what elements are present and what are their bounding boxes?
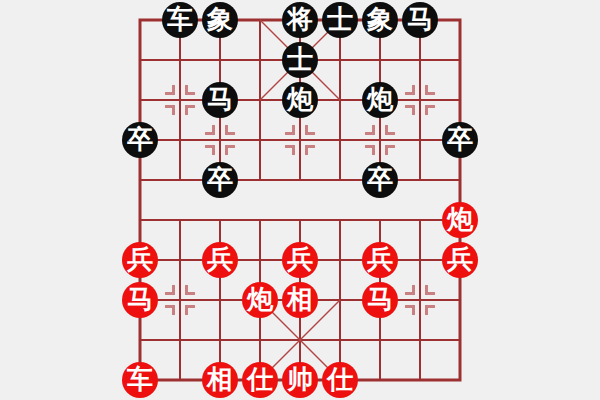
piece-red-elephant[interactable]: 相 — [202, 362, 238, 398]
piece-black-horse[interactable]: 马 — [202, 82, 238, 118]
piece-black-horse[interactable]: 马 — [402, 2, 438, 38]
piece-black-chariot[interactable]: 车 — [162, 2, 198, 38]
piece-red-horse[interactable]: 马 — [362, 282, 398, 318]
piece-red-soldier[interactable]: 兵 — [362, 242, 398, 278]
piece-black-soldier[interactable]: 卒 — [202, 162, 238, 198]
xiangqi-screen: 车象将士象马士马炮炮卒卒卒卒炮兵兵兵兵兵马炮相马车相仕帅仕 — [0, 0, 600, 400]
piece-black-soldier[interactable]: 卒 — [362, 162, 398, 198]
piece-red-elephant[interactable]: 相 — [282, 282, 318, 318]
piece-black-cannon[interactable]: 炮 — [282, 82, 318, 118]
piece-red-advisor[interactable]: 仕 — [242, 362, 278, 398]
piece-red-horse[interactable]: 马 — [122, 282, 158, 318]
point-marker — [205, 125, 235, 155]
point-marker — [165, 85, 195, 115]
piece-black-soldier[interactable]: 卒 — [442, 122, 478, 158]
piece-black-cannon[interactable]: 炮 — [362, 82, 398, 118]
piece-red-soldier[interactable]: 兵 — [442, 242, 478, 278]
piece-red-chariot[interactable]: 车 — [122, 362, 158, 398]
piece-red-cannon[interactable]: 炮 — [442, 202, 478, 238]
piece-red-soldier[interactable]: 兵 — [122, 242, 158, 278]
piece-black-elephant[interactable]: 象 — [362, 2, 398, 38]
piece-red-soldier[interactable]: 兵 — [282, 242, 318, 278]
piece-black-advisor[interactable]: 士 — [322, 2, 358, 38]
piece-black-general[interactable]: 将 — [282, 2, 318, 38]
piece-red-cannon[interactable]: 炮 — [242, 282, 278, 318]
point-marker — [165, 285, 195, 315]
piece-red-general[interactable]: 帅 — [282, 362, 318, 398]
point-marker — [365, 125, 395, 155]
point-marker — [285, 125, 315, 155]
xiangqi-board: 车象将士象马士马炮炮卒卒卒卒炮兵兵兵兵兵马炮相马车相仕帅仕 — [140, 20, 460, 380]
piece-red-advisor[interactable]: 仕 — [322, 362, 358, 398]
point-marker — [405, 285, 435, 315]
piece-black-soldier[interactable]: 卒 — [122, 122, 158, 158]
piece-black-elephant[interactable]: 象 — [202, 2, 238, 38]
piece-black-advisor[interactable]: 士 — [282, 42, 318, 78]
piece-red-soldier[interactable]: 兵 — [202, 242, 238, 278]
point-marker — [405, 85, 435, 115]
